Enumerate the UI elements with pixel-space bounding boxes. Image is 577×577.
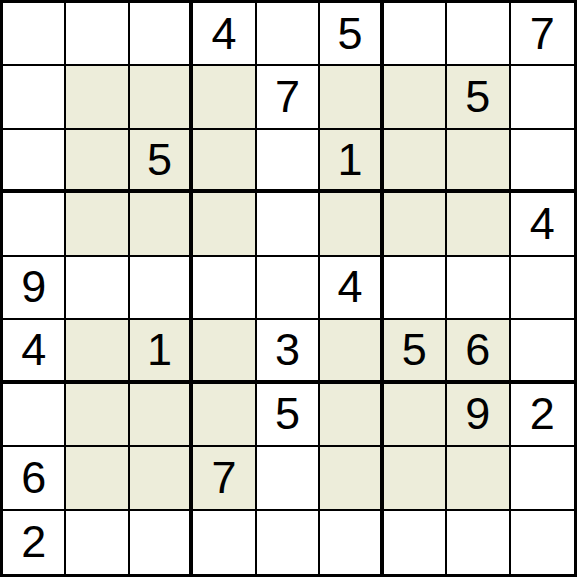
cell-r4c5[interactable] — [257, 193, 320, 256]
cell-r5c5[interactable] — [257, 257, 320, 320]
cell-r9c1: 2 — [3, 511, 66, 574]
cell-r9c3[interactable] — [130, 511, 193, 574]
cell-r8c2[interactable] — [66, 447, 129, 510]
cell-r6c9[interactable] — [511, 320, 574, 383]
cell-r6c4[interactable] — [193, 320, 256, 383]
cell-r3c2[interactable] — [66, 130, 129, 193]
cell-r7c3[interactable] — [130, 384, 193, 447]
cell-r7c7[interactable] — [384, 384, 447, 447]
cell-r7c6[interactable] — [320, 384, 383, 447]
cell-r1c5[interactable] — [257, 3, 320, 66]
cell-r5c9[interactable] — [511, 257, 574, 320]
cell-r3c6: 1 — [320, 130, 383, 193]
cell-r7c2[interactable] — [66, 384, 129, 447]
cell-r4c3[interactable] — [130, 193, 193, 256]
cell-r4c2[interactable] — [66, 193, 129, 256]
cell-r1c3[interactable] — [130, 3, 193, 66]
cell-r3c8[interactable] — [447, 130, 510, 193]
cell-r2c2[interactable] — [66, 66, 129, 129]
cell-r4c4[interactable] — [193, 193, 256, 256]
cell-r6c3: 1 — [130, 320, 193, 383]
cell-r2c1[interactable] — [3, 66, 66, 129]
cell-r5c1: 9 — [3, 257, 66, 320]
cell-r3c3: 5 — [130, 130, 193, 193]
cell-r5c4[interactable] — [193, 257, 256, 320]
cell-r2c8: 5 — [447, 66, 510, 129]
cell-r3c9[interactable] — [511, 130, 574, 193]
cell-r2c5: 7 — [257, 66, 320, 129]
cell-r1c4: 4 — [193, 3, 256, 66]
cell-r7c1[interactable] — [3, 384, 66, 447]
cell-r4c8[interactable] — [447, 193, 510, 256]
cell-r8c6[interactable] — [320, 447, 383, 510]
cell-r6c8: 6 — [447, 320, 510, 383]
cell-r3c1[interactable] — [3, 130, 66, 193]
cell-r6c6[interactable] — [320, 320, 383, 383]
cell-r2c7[interactable] — [384, 66, 447, 129]
cell-r3c5[interactable] — [257, 130, 320, 193]
cell-r7c5: 5 — [257, 384, 320, 447]
cell-r6c5: 3 — [257, 320, 320, 383]
cell-r7c8: 9 — [447, 384, 510, 447]
cell-r8c4: 7 — [193, 447, 256, 510]
cell-r7c4[interactable] — [193, 384, 256, 447]
cell-r6c7: 5 — [384, 320, 447, 383]
cell-r2c4[interactable] — [193, 66, 256, 129]
cell-r2c6[interactable] — [320, 66, 383, 129]
cell-r4c7[interactable] — [384, 193, 447, 256]
cell-r4c9: 4 — [511, 193, 574, 256]
cell-r8c5[interactable] — [257, 447, 320, 510]
cell-r9c6[interactable] — [320, 511, 383, 574]
cell-r7c9: 2 — [511, 384, 574, 447]
cell-r5c3[interactable] — [130, 257, 193, 320]
cell-r2c3[interactable] — [130, 66, 193, 129]
cell-r5c8[interactable] — [447, 257, 510, 320]
cell-r1c6: 5 — [320, 3, 383, 66]
cell-r9c9[interactable] — [511, 511, 574, 574]
cell-r1c1[interactable] — [3, 3, 66, 66]
cell-r5c2[interactable] — [66, 257, 129, 320]
cell-r8c9[interactable] — [511, 447, 574, 510]
cell-r1c2[interactable] — [66, 3, 129, 66]
cell-r5c7[interactable] — [384, 257, 447, 320]
cell-r8c7[interactable] — [384, 447, 447, 510]
cell-r9c5[interactable] — [257, 511, 320, 574]
cell-r4c6[interactable] — [320, 193, 383, 256]
cell-r3c4[interactable] — [193, 130, 256, 193]
cell-r1c7[interactable] — [384, 3, 447, 66]
cell-r8c3[interactable] — [130, 447, 193, 510]
cell-r9c4[interactable] — [193, 511, 256, 574]
cell-r4c1[interactable] — [3, 193, 66, 256]
sudoku-board: 457755149441356592672 — [0, 0, 577, 577]
cell-r9c2[interactable] — [66, 511, 129, 574]
cell-r9c7[interactable] — [384, 511, 447, 574]
cell-r9c8[interactable] — [447, 511, 510, 574]
cell-r6c1: 4 — [3, 320, 66, 383]
cell-r1c9: 7 — [511, 3, 574, 66]
cell-r8c8[interactable] — [447, 447, 510, 510]
cell-r2c9[interactable] — [511, 66, 574, 129]
cell-r6c2[interactable] — [66, 320, 129, 383]
cell-r8c1: 6 — [3, 447, 66, 510]
cell-r5c6: 4 — [320, 257, 383, 320]
cell-r1c8[interactable] — [447, 3, 510, 66]
cell-r3c7[interactable] — [384, 130, 447, 193]
